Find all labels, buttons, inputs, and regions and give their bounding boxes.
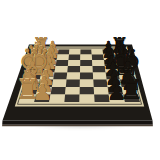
square-g6 xyxy=(94,87,109,95)
square-h7 xyxy=(109,95,125,103)
square-f4 xyxy=(66,80,80,88)
square-h4 xyxy=(64,95,79,103)
square-a8 xyxy=(114,50,126,55)
square-b3 xyxy=(57,55,69,61)
square-d5 xyxy=(80,66,93,73)
square-d1 xyxy=(29,66,43,73)
square-h8 xyxy=(123,95,140,103)
square-g1 xyxy=(22,87,38,95)
square-c5 xyxy=(80,60,92,66)
square-c7 xyxy=(104,60,117,66)
square-h3 xyxy=(49,95,65,103)
square-c3 xyxy=(56,60,69,66)
square-f6 xyxy=(93,80,107,88)
square-c2 xyxy=(43,60,56,66)
square-a2 xyxy=(46,50,58,55)
square-g3 xyxy=(51,87,66,95)
board-front-edge xyxy=(2,121,153,125)
square-a4 xyxy=(69,50,80,55)
square-g2 xyxy=(36,87,52,95)
square-e2 xyxy=(40,73,55,80)
square-b1 xyxy=(33,55,46,61)
board-edge-highlight xyxy=(2,125,153,126)
square-d3 xyxy=(54,66,67,73)
square-g7 xyxy=(108,87,124,95)
square-e8 xyxy=(118,73,133,80)
square-b2 xyxy=(45,55,58,61)
square-b6 xyxy=(92,55,104,61)
square-b8 xyxy=(115,55,128,61)
square-e5 xyxy=(80,73,93,80)
square-a1 xyxy=(35,50,48,55)
square-d2 xyxy=(42,66,56,73)
square-h2 xyxy=(34,95,50,103)
square-d8 xyxy=(117,66,131,73)
square-e7 xyxy=(106,73,120,80)
square-a5 xyxy=(80,50,91,55)
chess-set-photo: ♜♟♟♜♞♟♟♞♝♟♟♝♛♟♟♛♚♟♟♚♝♟♟♝♞♟♟♞♜♟♟♜ xyxy=(0,0,160,160)
square-d6 xyxy=(92,66,105,73)
square-e3 xyxy=(53,73,67,80)
square-h6 xyxy=(94,95,110,103)
square-d7 xyxy=(105,66,119,73)
square-f2 xyxy=(38,80,53,88)
square-h5 xyxy=(80,95,95,103)
square-b5 xyxy=(80,55,92,61)
square-g5 xyxy=(80,87,95,95)
square-b7 xyxy=(103,55,116,61)
square-f1 xyxy=(24,80,40,88)
square-f5 xyxy=(80,80,94,88)
square-c6 xyxy=(92,60,105,66)
square-c4 xyxy=(68,60,80,66)
square-f7 xyxy=(107,80,122,88)
square-f3 xyxy=(52,80,67,88)
square-b4 xyxy=(68,55,80,61)
square-a7 xyxy=(103,50,115,55)
square-g8 xyxy=(122,87,138,95)
chess-board xyxy=(0,0,160,160)
square-c8 xyxy=(116,60,130,66)
square-a3 xyxy=(58,50,70,55)
square-f8 xyxy=(120,80,136,88)
square-d4 xyxy=(67,66,80,73)
square-a6 xyxy=(92,50,104,55)
square-c1 xyxy=(31,60,45,66)
square-h1 xyxy=(19,95,36,103)
square-e4 xyxy=(67,73,80,80)
square-e1 xyxy=(27,73,42,80)
square-e6 xyxy=(93,73,107,80)
square-g4 xyxy=(65,87,80,95)
